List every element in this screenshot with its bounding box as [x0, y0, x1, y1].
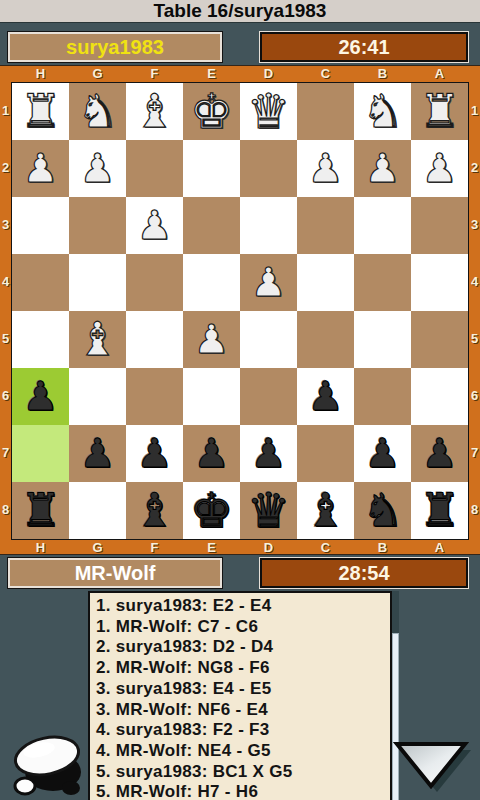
piece-black-pawn: ♟ [365, 425, 401, 482]
square-g1[interactable]: ♞ [69, 83, 126, 140]
move-list-item: 3. surya1983: E4 - E5 [96, 679, 390, 700]
square-b3[interactable] [354, 197, 411, 254]
square-h1[interactable]: ♜ [12, 83, 69, 140]
move-list-item: 4. MR-Wolf: NE4 - G5 [96, 741, 390, 762]
rank-label-2: 2 [469, 139, 480, 196]
piece-black-pawn: ♟ [194, 425, 230, 482]
piece-black-pawn: ♟ [137, 425, 173, 482]
rank-label-1: 1 [469, 82, 480, 139]
piece-white-knight: ♞ [362, 83, 403, 140]
file-label-b: B [354, 66, 411, 82]
square-c7[interactable] [297, 425, 354, 482]
square-b5[interactable] [354, 311, 411, 368]
square-c3[interactable] [297, 197, 354, 254]
square-c5[interactable] [297, 311, 354, 368]
file-label-e: E [183, 66, 240, 82]
file-label-c: C [297, 66, 354, 82]
square-g3[interactable] [69, 197, 126, 254]
square-h4[interactable] [12, 254, 69, 311]
piece-white-pawn: ♟ [422, 140, 458, 197]
down-arrow-icon [391, 740, 473, 794]
square-g5[interactable]: ♝ [69, 311, 126, 368]
piece-black-rook: ♜ [20, 482, 61, 539]
file-label-h: H [12, 66, 69, 82]
square-d5[interactable] [240, 311, 297, 368]
move-list[interactable]: 1. surya1983: E2 - E41. MR-Wolf: C7 - C6… [88, 591, 392, 800]
square-h6[interactable]: ♟ [12, 368, 69, 425]
rank-label-6: 6 [0, 367, 11, 424]
piece-white-pawn: ♟ [251, 254, 287, 311]
piece-white-bishop: ♝ [77, 311, 118, 368]
move-list-item: 1. surya1983: E2 - E4 [96, 596, 390, 617]
piece-white-rook: ♜ [20, 83, 61, 140]
app-root: { "title": "Table 16/surya1983", "game":… [0, 0, 480, 800]
square-a7[interactable]: ♟ [411, 425, 468, 482]
square-f8[interactable]: ♝ [126, 482, 183, 539]
rank-label-3: 3 [0, 196, 11, 253]
rank-label-5: 5 [469, 310, 480, 367]
piece-white-bishop: ♝ [134, 83, 175, 140]
rank-label-1: 1 [0, 82, 11, 139]
square-d4[interactable]: ♟ [240, 254, 297, 311]
file-label-d: D [240, 66, 297, 82]
file-label-a: A [411, 540, 468, 556]
square-f4[interactable] [126, 254, 183, 311]
square-e7[interactable]: ♟ [183, 425, 240, 482]
move-list-item: 5. MR-Wolf: H7 - H6 [96, 782, 390, 800]
top-player-clock: 26:41 [260, 32, 468, 62]
file-label-c: C [297, 540, 354, 556]
square-f1[interactable]: ♝ [126, 83, 183, 140]
square-h5[interactable] [12, 311, 69, 368]
square-g6[interactable] [69, 368, 126, 425]
square-g8[interactable] [69, 482, 126, 539]
square-b7[interactable]: ♟ [354, 425, 411, 482]
square-a4[interactable] [411, 254, 468, 311]
square-d8[interactable]: ♛ [240, 482, 297, 539]
square-a8[interactable]: ♜ [411, 482, 468, 539]
move-list-item: 2. surya1983: D2 - D4 [96, 637, 390, 658]
piece-white-knight: ♞ [77, 83, 118, 140]
piece-white-queen: ♛ [247, 83, 290, 140]
square-h8[interactable]: ♜ [12, 482, 69, 539]
page-title: Table 16/surya1983 [0, 0, 480, 23]
plug-icon [5, 726, 97, 798]
piece-white-king: ♚ [190, 83, 233, 140]
file-labels-top: HGFEDCBA [0, 66, 480, 82]
rank-label-2: 2 [0, 139, 11, 196]
top-player-bar: surya1983 26:41 [0, 31, 480, 63]
square-a6[interactable] [411, 368, 468, 425]
rank-label-8: 8 [469, 481, 480, 538]
square-c2[interactable]: ♟ [297, 140, 354, 197]
square-g7[interactable]: ♟ [69, 425, 126, 482]
file-label-d: D [240, 540, 297, 556]
rank-label-3: 3 [469, 196, 480, 253]
square-a3[interactable] [411, 197, 468, 254]
piece-black-pawn: ♟ [251, 425, 287, 482]
piece-black-king: ♚ [190, 482, 233, 539]
move-list-item: 2. MR-Wolf: NG8 - F6 [96, 658, 390, 679]
file-label-g: G [69, 540, 126, 556]
move-list-item: 4. surya1983: F2 - F3 [96, 720, 390, 741]
piece-white-pawn: ♟ [194, 311, 230, 368]
square-e8[interactable]: ♚ [183, 482, 240, 539]
square-a5[interactable] [411, 311, 468, 368]
down-arrow-button[interactable] [391, 740, 473, 794]
square-e3[interactable] [183, 197, 240, 254]
piece-black-pawn: ♟ [80, 425, 116, 482]
rank-label-5: 5 [0, 310, 11, 367]
file-label-e: E [183, 540, 240, 556]
rank-label-6: 6 [469, 367, 480, 424]
square-f6[interactable] [126, 368, 183, 425]
piece-black-queen: ♛ [247, 482, 290, 539]
square-d2[interactable] [240, 140, 297, 197]
file-label-a: A [411, 66, 468, 82]
square-c6[interactable]: ♟ [297, 368, 354, 425]
square-e5[interactable]: ♟ [183, 311, 240, 368]
square-h2[interactable]: ♟ [12, 140, 69, 197]
board-grid: ♜♞♝♚♛♞♜♟♟♟♟♟♟♟♝♟♟♟♟♟♟♟♟♟♜♝♚♛♝♞♜ [11, 82, 469, 540]
square-b4[interactable] [354, 254, 411, 311]
piece-white-rook: ♜ [419, 83, 460, 140]
rank-labels-right: 12345678 [469, 82, 480, 540]
rank-label-8: 8 [0, 481, 11, 538]
square-h3[interactable] [12, 197, 69, 254]
piece-white-pawn: ♟ [365, 140, 401, 197]
rank-label-7: 7 [469, 424, 480, 481]
chess-board: HGFEDCBA 12345678 ♜♞♝♚♛♞♜♟♟♟♟♟♟♟♝♟♟♟♟♟♟♟… [0, 65, 480, 555]
square-c4[interactable] [297, 254, 354, 311]
square-h7[interactable] [12, 425, 69, 482]
square-f2[interactable] [126, 140, 183, 197]
top-player-name: surya1983 [8, 32, 222, 62]
disconnect-button[interactable] [5, 726, 97, 798]
square-e6[interactable] [183, 368, 240, 425]
bottom-player-clock: 28:54 [260, 558, 468, 588]
square-b6[interactable] [354, 368, 411, 425]
square-e1[interactable]: ♚ [183, 83, 240, 140]
rank-labels-left: 12345678 [0, 82, 11, 540]
rank-label-7: 7 [0, 424, 11, 481]
file-label-h: H [12, 540, 69, 556]
square-d7[interactable]: ♟ [240, 425, 297, 482]
file-label-f: F [126, 540, 183, 556]
piece-black-knight: ♞ [362, 482, 403, 539]
file-label-f: F [126, 66, 183, 82]
bottom-player-name: MR-Wolf [8, 558, 222, 588]
square-f5[interactable] [126, 311, 183, 368]
piece-white-pawn: ♟ [23, 140, 59, 197]
square-b1[interactable]: ♞ [354, 83, 411, 140]
square-e4[interactable] [183, 254, 240, 311]
file-label-b: B [354, 540, 411, 556]
square-a1[interactable]: ♜ [411, 83, 468, 140]
move-list-item: 3. MR-Wolf: NF6 - E4 [96, 700, 390, 721]
move-list-item: 5. surya1983: BC1 X G5 [96, 762, 390, 783]
move-list-item: 1. MR-Wolf: C7 - C6 [96, 617, 390, 638]
square-f7[interactable]: ♟ [126, 425, 183, 482]
square-a2[interactable]: ♟ [411, 140, 468, 197]
piece-black-pawn: ♟ [308, 368, 344, 425]
square-f3[interactable]: ♟ [126, 197, 183, 254]
file-label-g: G [69, 66, 126, 82]
square-b8[interactable]: ♞ [354, 482, 411, 539]
piece-black-pawn: ♟ [422, 425, 458, 482]
piece-white-pawn: ♟ [308, 140, 344, 197]
square-b2[interactable]: ♟ [354, 140, 411, 197]
square-d1[interactable]: ♛ [240, 83, 297, 140]
piece-black-bishop: ♝ [305, 482, 346, 539]
square-c8[interactable]: ♝ [297, 482, 354, 539]
file-labels-bottom: HGFEDCBA [0, 540, 480, 556]
square-c1[interactable] [297, 83, 354, 140]
square-g2[interactable]: ♟ [69, 140, 126, 197]
square-g4[interactable] [69, 254, 126, 311]
bottom-player-bar: MR-Wolf 28:54 [0, 557, 480, 589]
square-e2[interactable] [183, 140, 240, 197]
piece-black-pawn: ♟ [23, 368, 59, 425]
rank-label-4: 4 [0, 253, 11, 310]
piece-white-pawn: ♟ [80, 140, 116, 197]
piece-black-rook: ♜ [419, 482, 460, 539]
piece-black-bishop: ♝ [134, 482, 175, 539]
square-d3[interactable] [240, 197, 297, 254]
piece-white-pawn: ♟ [137, 197, 173, 254]
square-d6[interactable] [240, 368, 297, 425]
rank-label-4: 4 [469, 253, 480, 310]
